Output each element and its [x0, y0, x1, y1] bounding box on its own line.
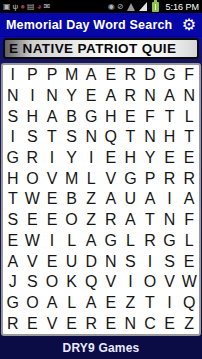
grid-cell-r2c4[interactable]: Y [62, 86, 82, 107]
grid-cell-r7c5[interactable]: Z [81, 189, 101, 210]
grid-cell-r4c6[interactable]: Q [101, 127, 121, 148]
grid-cell-r3c4[interactable]: B [62, 106, 82, 127]
grid-cell-r6c6[interactable]: V [101, 168, 121, 189]
grid-cell-r6c7[interactable]: G [121, 168, 141, 189]
media-app-icon: ◕ [37, 0, 42, 13]
grid-cell-r1c5[interactable]: A [81, 65, 101, 86]
grid-cell-r7c4[interactable]: B [62, 189, 82, 210]
status-bar: ▣ψ●▤◕✉ ◉⊘ 5:16 PM [0, 0, 202, 13]
grid-cell-r3c9[interactable]: T [160, 106, 180, 127]
grid-cell-r2c8[interactable]: N [140, 86, 160, 107]
grid-cell-r6c5[interactable]: L [81, 168, 101, 189]
grid-cell-r9c8[interactable]: R [140, 231, 160, 252]
grid-cell-r5c6[interactable]: E [101, 148, 121, 169]
grid-cell-r13c3[interactable]: V [42, 313, 62, 334]
footer-bar: DRY9 Games [0, 336, 202, 359]
grid-cell-r8c10[interactable]: F [179, 210, 199, 231]
grid-cell-r10c10[interactable]: E [179, 251, 199, 272]
grid-cell-r5c7[interactable]: H [121, 148, 141, 169]
grid-cell-r8c9[interactable]: N [160, 210, 180, 231]
grid-cell-r7c2[interactable]: W [23, 189, 43, 210]
grid-cell-r6c10[interactable]: R [179, 168, 199, 189]
grid-cell-r2c6[interactable]: A [101, 86, 121, 107]
grid-cell-r9c3[interactable]: I [42, 231, 62, 252]
grid-cell-r11c1[interactable]: J [3, 272, 23, 293]
grid-cell-r5c3[interactable]: I [42, 148, 62, 169]
grid-cell-r1c2[interactable]: P [23, 65, 43, 86]
grid-cell-r9c5[interactable]: A [81, 231, 101, 252]
grid-cell-r7c1[interactable]: T [3, 189, 23, 210]
word-ticker-area: E NATIVE PATRIOT QUIE [0, 37, 202, 63]
grid-cell-r8c4[interactable]: O [62, 210, 82, 231]
grid-cell-r8c3[interactable]: E [42, 210, 62, 231]
screenshot-icon: ▣ [3, 0, 11, 13]
grid-cell-r7c8[interactable]: A [140, 189, 160, 210]
grid-cell-r6c1[interactable]: H [3, 168, 23, 189]
grid-cell-r7c7[interactable]: U [121, 189, 141, 210]
grid-cell-r7c3[interactable]: E [42, 189, 62, 210]
grid-cell-r3c5[interactable]: G [81, 106, 101, 127]
grid-cell-r10c1[interactable]: A [3, 251, 23, 272]
grid-cell-r12c5[interactable]: A [81, 293, 101, 314]
grid-cell-r4c8[interactable]: N [140, 127, 160, 148]
grid-cell-r13c2[interactable]: E [23, 313, 43, 334]
grid-cell-r13c9[interactable]: E [160, 313, 180, 334]
grid-cell-r8c2[interactable]: E [23, 210, 43, 231]
grid-cell-r11c9[interactable]: V [160, 272, 180, 293]
grid-cell-r3c1[interactable]: S [3, 106, 23, 127]
word-list-ticker: E NATIVE PATRIOT QUIE [3, 38, 199, 59]
grid-cell-r12c4[interactable]: L [62, 293, 82, 314]
grid-cell-r10c4[interactable]: U [62, 251, 82, 272]
grid-cell-r10c9[interactable]: S [160, 251, 180, 272]
grid-cell-r13c4[interactable]: E [62, 313, 82, 334]
grid-cell-r5c4[interactable]: Y [62, 148, 82, 169]
grid-cell-r10c3[interactable]: E [42, 251, 62, 272]
grid-cell-r1c6[interactable]: E [101, 65, 121, 86]
grid-cell-r2c9[interactable]: A [160, 86, 180, 107]
grid-cell-r2c2[interactable]: I [23, 86, 43, 107]
smart-stay-icon: ◉ [108, 0, 115, 13]
title-bar: Memorial Day Word Search ⚙ [0, 13, 202, 37]
grid-cell-r4c4[interactable]: S [62, 127, 82, 148]
grid-cell-r1c1[interactable]: I [3, 65, 23, 86]
app-notification-icon: ● [20, 0, 25, 13]
grid-cell-r11c8[interactable]: O [140, 272, 160, 293]
grid-cell-r11c4[interactable]: K [62, 272, 82, 293]
grid-cell-r10c7[interactable]: S [121, 251, 141, 272]
mute-icon: ⊘ [117, 0, 124, 13]
app-screen: ▣ψ●▤◕✉ ◉⊘ 5:16 PM Memorial Day Word Sear… [0, 0, 202, 359]
grid-cell-r11c5[interactable]: Q [81, 272, 101, 293]
grid-cell-r10c2[interactable]: V [23, 251, 43, 272]
signal-strength-icon [139, 2, 147, 11]
grid-cell-r3c2[interactable]: H [23, 106, 43, 127]
grid-cell-r5c10[interactable]: E [179, 148, 199, 169]
grid-cell-r2c1[interactable]: N [3, 86, 23, 107]
grid-cell-r13c10[interactable]: Z [179, 313, 199, 334]
grid-cell-r7c9[interactable]: I [160, 189, 180, 210]
grid-cell-r11c7[interactable]: I [121, 272, 141, 293]
clock-text: 5:16 PM [165, 2, 199, 12]
grid-cell-r9c6[interactable]: G [101, 231, 121, 252]
settings-gear-icon[interactable]: ⚙ [182, 17, 196, 33]
grid-cell-r10c6[interactable]: N [101, 251, 121, 272]
grid-cell-r13c8[interactable]: C [140, 313, 160, 334]
grid-cell-r12c8[interactable]: T [140, 293, 160, 314]
grid-cell-r12c2[interactable]: O [23, 293, 43, 314]
grid-cell-r7c6[interactable]: A [101, 189, 121, 210]
grid-cell-r1c10[interactable]: F [179, 65, 199, 86]
grid-cell-r4c10[interactable]: T [179, 127, 199, 148]
grid-cell-r12c6[interactable]: E [101, 293, 121, 314]
grid-cell-r5c8[interactable]: Y [140, 148, 160, 169]
grid-cell-r6c9[interactable]: R [160, 168, 180, 189]
grid-cell-r4c3[interactable]: T [42, 127, 62, 148]
grid-cell-r2c3[interactable]: N [42, 86, 62, 107]
grid-cell-r9c4[interactable]: L [62, 231, 82, 252]
word-list-text: E NATIVE PATRIOT QUIE [9, 41, 176, 56]
grid-cell-r9c9[interactable]: G [160, 231, 180, 252]
grid-cell-r12c1[interactable]: G [3, 293, 23, 314]
grid-cell-r11c6[interactable]: V [101, 272, 121, 293]
grid-cell-r4c1[interactable]: I [3, 127, 23, 148]
grid-cell-r8c5[interactable]: Z [81, 210, 101, 231]
grid-cell-r8c7[interactable]: A [121, 210, 141, 231]
grid-cell-r13c1[interactable]: R [3, 313, 23, 334]
grid-cell-r5c5[interactable]: I [81, 148, 101, 169]
grid-cell-r4c9[interactable]: H [160, 127, 180, 148]
grid-cell-r12c9[interactable]: I [160, 293, 180, 314]
grid-cell-r5c2[interactable]: R [23, 148, 43, 169]
grid-cell-r9c10[interactable]: L [179, 231, 199, 252]
usb-icon: ψ [13, 0, 19, 13]
grid-cell-r11c2[interactable]: S [23, 272, 43, 293]
grid-cell-r4c2[interactable]: S [23, 127, 43, 148]
letter-grid[interactable]: IPPMAERDGFNINYEARNANSHABGHEFTLISTSNQTNHT… [3, 65, 199, 334]
grid-cell-r5c1[interactable]: G [3, 148, 23, 169]
grid-cell-r6c2[interactable]: O [23, 168, 43, 189]
grid-cell-r12c10[interactable]: Q [179, 293, 199, 314]
grid-cell-r12c7[interactable]: Z [121, 293, 141, 314]
grid-cell-r2c5[interactable]: E [81, 86, 101, 107]
grid-cell-r8c8[interactable]: T [140, 210, 160, 231]
grid-cell-r11c10[interactable]: W [179, 272, 199, 293]
grid-cell-r13c7[interactable]: N [121, 313, 141, 334]
grid-cell-r2c7[interactable]: R [121, 86, 141, 107]
grid-cell-r13c5[interactable]: R [81, 313, 101, 334]
status-icons-left: ▣ψ●▤◕✉ [3, 0, 50, 13]
grid-cell-r4c7[interactable]: T [121, 127, 141, 148]
puzzle-panel: IPPMAERDGFNINYEARNANSHABGHEFTLISTSNQTNHT… [1, 63, 201, 336]
grid-cell-r12c3[interactable]: A [42, 293, 62, 314]
grid-cell-r8c6[interactable]: R [101, 210, 121, 231]
grid-cell-r5c9[interactable]: E [160, 148, 180, 169]
grid-cell-r4c5[interactable]: N [81, 127, 101, 148]
grid-cell-r3c6[interactable]: H [101, 106, 121, 127]
grid-cell-r10c8[interactable]: I [140, 251, 160, 272]
grid-cell-r1c9[interactable]: G [160, 65, 180, 86]
grid-cell-r9c1[interactable]: E [3, 231, 23, 252]
file-icon: ▤ [27, 0, 35, 13]
grid-cell-r1c4[interactable]: M [62, 65, 82, 86]
grid-cell-r3c3[interactable]: A [42, 106, 62, 127]
footer-brand: DRY9 Games [63, 341, 140, 355]
grid-cell-r9c7[interactable]: L [121, 231, 141, 252]
grid-cell-r6c8[interactable]: P [140, 168, 160, 189]
grid-cell-r3c7[interactable]: E [121, 106, 141, 127]
grid-cell-r1c7[interactable]: R [121, 65, 141, 86]
grid-cell-r10c5[interactable]: D [81, 251, 101, 272]
grid-cell-r6c4[interactable]: M [62, 168, 82, 189]
grid-cell-r8c1[interactable]: S [3, 210, 23, 231]
grid-cell-r6c3[interactable]: V [42, 168, 62, 189]
page-title: Memorial Day Word Search [6, 18, 172, 32]
status-icons-right: ◉⊘ 5:16 PM [108, 0, 199, 13]
grid-cell-r11c3[interactable]: O [42, 272, 62, 293]
grid-cell-r3c10[interactable]: L [179, 106, 199, 127]
wifi-icon [127, 3, 135, 11]
grid-cell-r9c2[interactable]: W [23, 231, 43, 252]
gmail-icon: ✉ [44, 0, 51, 13]
grid-cell-r1c3[interactable]: P [42, 65, 62, 86]
grid-cell-r1c8[interactable]: D [140, 65, 160, 86]
grid-cell-r13c6[interactable]: E [101, 313, 121, 334]
grid-cell-r7c10[interactable]: A [179, 189, 199, 210]
battery-icon [152, 2, 159, 12]
grid-cell-r2c10[interactable]: N [179, 86, 199, 107]
grid-cell-r3c8[interactable]: F [140, 106, 160, 127]
